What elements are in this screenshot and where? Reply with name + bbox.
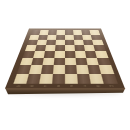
file-label: f <box>79 84 93 88</box>
board-square <box>96 51 109 58</box>
file-label: e <box>65 84 78 88</box>
board-square <box>56 39 66 44</box>
file-label: b <box>25 84 39 88</box>
file-labels-row: abcdefgh <box>12 84 120 88</box>
board-square <box>93 39 104 44</box>
file-label: h <box>105 84 119 88</box>
file-label: c <box>38 84 52 88</box>
product-photo-background: abcdefgh <box>0 0 130 130</box>
file-label: d <box>52 84 65 88</box>
board-square <box>98 57 111 65</box>
board-square <box>90 30 100 34</box>
board-square <box>53 65 65 74</box>
board-square <box>54 57 65 65</box>
chess-board: abcdefgh <box>5 28 125 88</box>
board-square <box>100 65 114 74</box>
board-square <box>102 73 118 83</box>
board-square <box>55 51 66 58</box>
board-grid <box>13 30 117 83</box>
board-square <box>55 45 65 51</box>
board-square <box>91 34 101 39</box>
board-frame: abcdefgh <box>5 28 125 88</box>
board-square <box>52 73 65 83</box>
board-square <box>94 45 106 51</box>
